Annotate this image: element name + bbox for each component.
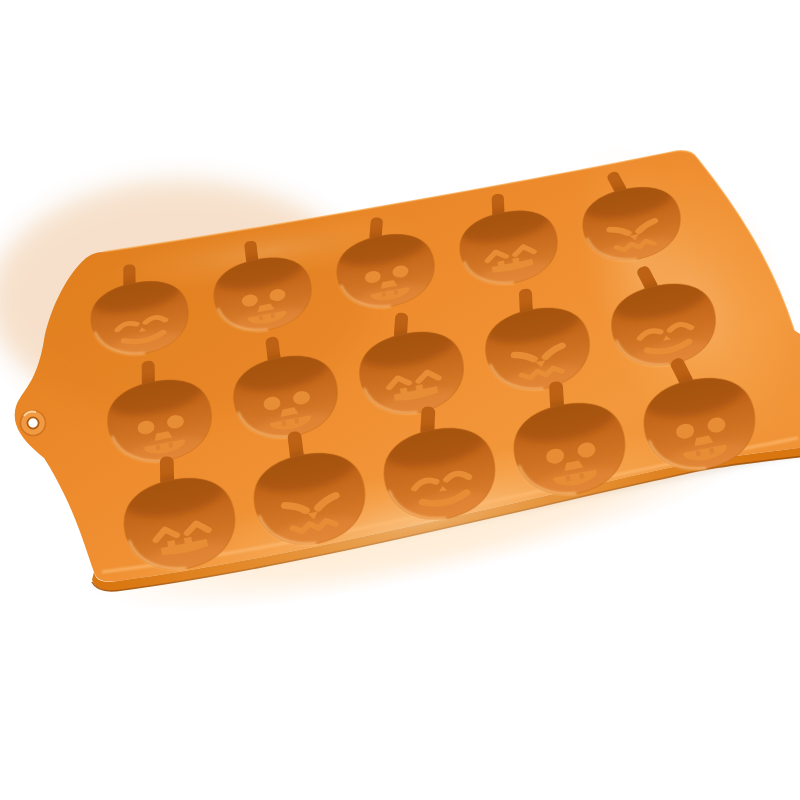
pumpkin-mold-photo	[0, 0, 800, 800]
hang-hole	[21, 411, 46, 436]
photo-canvas	[0, 0, 800, 800]
